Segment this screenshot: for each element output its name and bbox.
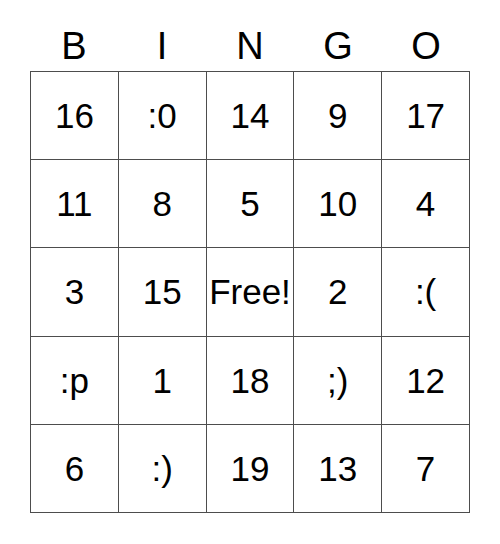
header-letter-3: G [294, 27, 382, 65]
bingo-cell-r2-c1[interactable]: 15 [119, 248, 206, 335]
bingo-cell-r2-c4[interactable]: :( [382, 248, 469, 335]
bingo-cell-r4-c0[interactable]: 6 [31, 425, 118, 512]
bingo-cell-r1-c4[interactable]: 4 [382, 160, 469, 247]
bingo-card: BINGO 16:0149171185104315Free!2:(:p118;)… [30, 20, 470, 513]
bingo-cell-r4-c1[interactable]: :) [119, 425, 206, 512]
bingo-cell-r2-c0[interactable]: 3 [31, 248, 118, 335]
bingo-cell-r3-c1[interactable]: 1 [119, 337, 206, 424]
bingo-board: 16:0149171185104315Free!2:(:p118;)126:)1… [30, 71, 470, 513]
bingo-cell-r0-c0[interactable]: 16 [31, 72, 118, 159]
bingo-cell-r3-c3[interactable]: ;) [294, 337, 381, 424]
bingo-cell-r3-c0[interactable]: :p [31, 337, 118, 424]
bingo-cell-r4-c3[interactable]: 13 [294, 425, 381, 512]
header-letter-4: O [382, 27, 470, 65]
header-letter-1: I [118, 27, 206, 65]
bingo-cell-r1-c1[interactable]: 8 [119, 160, 206, 247]
bingo-cell-r0-c3[interactable]: 9 [294, 72, 381, 159]
bingo-cell-r1-c2[interactable]: 5 [207, 160, 294, 247]
bingo-cell-r0-c1[interactable]: :0 [119, 72, 206, 159]
bingo-cell-r0-c2[interactable]: 14 [207, 72, 294, 159]
header-letter-0: B [30, 27, 118, 65]
header-letter-2: N [206, 27, 294, 65]
bingo-cell-r4-c4[interactable]: 7 [382, 425, 469, 512]
bingo-cell-r0-c4[interactable]: 17 [382, 72, 469, 159]
bingo-cell-r1-c3[interactable]: 10 [294, 160, 381, 247]
bingo-cell-r3-c4[interactable]: 12 [382, 337, 469, 424]
free-cell[interactable]: Free! [207, 248, 294, 335]
bingo-cell-r4-c2[interactable]: 19 [207, 425, 294, 512]
bingo-cell-r2-c3[interactable]: 2 [294, 248, 381, 335]
bingo-cell-r3-c2[interactable]: 18 [207, 337, 294, 424]
bingo-header: BINGO [30, 20, 470, 71]
bingo-cell-r1-c0[interactable]: 11 [31, 160, 118, 247]
